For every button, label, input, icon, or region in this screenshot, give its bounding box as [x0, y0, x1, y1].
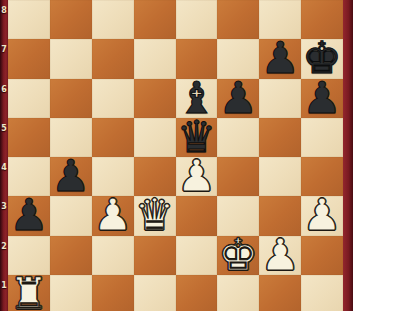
- square-g4[interactable]: [259, 157, 301, 196]
- piece-black-pawn[interactable]: ♟: [219, 78, 258, 117]
- square-f1[interactable]: [217, 275, 259, 311]
- rank-label-3: 3: [0, 202, 8, 212]
- square-e3[interactable]: [176, 196, 218, 235]
- square-e8[interactable]: [176, 0, 218, 39]
- board-frame-right: [343, 0, 353, 311]
- square-g6[interactable]: [259, 79, 301, 118]
- square-f2[interactable]: ♚: [217, 236, 259, 275]
- rank-label-5: 5: [0, 124, 8, 134]
- piece-white-pawn[interactable]: ♟: [93, 195, 132, 234]
- rank-label-4: 4: [0, 163, 8, 173]
- square-f4[interactable]: [217, 157, 259, 196]
- rank-label-6: 6: [0, 85, 8, 95]
- piece-black-pawn[interactable]: ♟: [51, 156, 90, 195]
- square-f8[interactable]: [217, 0, 259, 39]
- square-g5[interactable]: [259, 118, 301, 157]
- rank-label-1: 1: [0, 281, 8, 291]
- piece-white-pawn[interactable]: ♟: [302, 195, 341, 234]
- square-a1[interactable]: ♜: [8, 275, 50, 311]
- square-h2[interactable]: [301, 236, 343, 275]
- square-a7[interactable]: [8, 39, 50, 78]
- square-b3[interactable]: [50, 196, 92, 235]
- square-d8[interactable]: [134, 0, 176, 39]
- square-d5[interactable]: [134, 118, 176, 157]
- square-b2[interactable]: [50, 236, 92, 275]
- square-c6[interactable]: [92, 79, 134, 118]
- square-d3[interactable]: ♛: [134, 196, 176, 235]
- square-b4[interactable]: ♟: [50, 157, 92, 196]
- square-b8[interactable]: [50, 0, 92, 39]
- board-frame-left: 87654321: [0, 0, 8, 311]
- chess-board: ♟♚♝♟♟♛♟♟♟♟♛♟♚♟♜: [8, 0, 343, 311]
- square-c2[interactable]: [92, 236, 134, 275]
- square-a3[interactable]: ♟: [8, 196, 50, 235]
- square-b1[interactable]: [50, 275, 92, 311]
- square-g7[interactable]: ♟: [259, 39, 301, 78]
- square-a5[interactable]: [8, 118, 50, 157]
- square-h5[interactable]: [301, 118, 343, 157]
- square-f6[interactable]: ♟: [217, 79, 259, 118]
- piece-white-rook[interactable]: ♜: [9, 274, 48, 311]
- square-g2[interactable]: ♟: [259, 236, 301, 275]
- square-e1[interactable]: [176, 275, 218, 311]
- rank-label-2: 2: [0, 242, 8, 252]
- rank-label-8: 8: [0, 6, 8, 16]
- piece-white-king[interactable]: ♚: [219, 235, 258, 274]
- piece-black-pawn[interactable]: ♟: [302, 78, 341, 117]
- square-e4[interactable]: ♟: [176, 157, 218, 196]
- square-c1[interactable]: [92, 275, 134, 311]
- square-a6[interactable]: [8, 79, 50, 118]
- piece-black-pawn[interactable]: ♟: [260, 38, 299, 77]
- piece-white-queen[interactable]: ♛: [135, 195, 174, 234]
- chess-board-screenshot: 87654321 ♟♚♝♟♟♛♟♟♟♟♛♟♚♟♜: [0, 0, 414, 311]
- square-b6[interactable]: [50, 79, 92, 118]
- piece-black-pawn[interactable]: ♟: [9, 195, 48, 234]
- square-c7[interactable]: [92, 39, 134, 78]
- square-d1[interactable]: [134, 275, 176, 311]
- square-c8[interactable]: [92, 0, 134, 39]
- square-h1[interactable]: [301, 275, 343, 311]
- square-d2[interactable]: [134, 236, 176, 275]
- square-a8[interactable]: [8, 0, 50, 39]
- square-b7[interactable]: [50, 39, 92, 78]
- square-d6[interactable]: [134, 79, 176, 118]
- piece-white-pawn[interactable]: ♟: [260, 235, 299, 274]
- square-g1[interactable]: [259, 275, 301, 311]
- piece-white-pawn[interactable]: ♟: [177, 156, 216, 195]
- square-e2[interactable]: [176, 236, 218, 275]
- square-c3[interactable]: ♟: [92, 196, 134, 235]
- square-h6[interactable]: ♟: [301, 79, 343, 118]
- rank-label-7: 7: [0, 45, 8, 55]
- square-h3[interactable]: ♟: [301, 196, 343, 235]
- square-d7[interactable]: [134, 39, 176, 78]
- square-f5[interactable]: [217, 118, 259, 157]
- square-c5[interactable]: [92, 118, 134, 157]
